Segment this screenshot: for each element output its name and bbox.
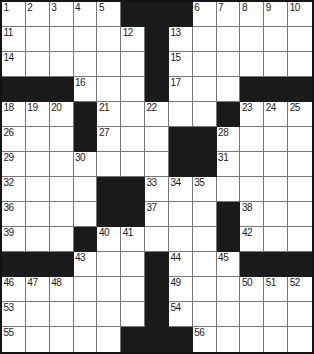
block-r11c3 (50, 252, 74, 277)
cell-r2c8[interactable]: 13 (169, 27, 193, 52)
cell-r9c12[interactable] (264, 202, 288, 227)
cell-r7c11[interactable] (240, 152, 264, 177)
cell-r9c2[interactable] (26, 202, 50, 227)
cell-r12c4[interactable] (74, 277, 98, 302)
cell-r14c13[interactable] (288, 327, 312, 352)
cell-r11c8[interactable]: 44 (169, 252, 193, 277)
cell-r5c5[interactable]: 21 (97, 102, 121, 127)
clue-number-39: 39 (4, 227, 14, 238)
clue-number-38: 38 (242, 202, 252, 213)
cell-r5c7[interactable]: 22 (145, 102, 169, 127)
cell-r3c6[interactable] (121, 52, 145, 77)
cell-r13c2[interactable] (26, 302, 50, 327)
cell-r4c4[interactable]: 16 (74, 77, 98, 102)
clue-number-45: 45 (218, 252, 228, 263)
cell-r9c8[interactable] (169, 202, 193, 227)
clue-number-23: 23 (242, 102, 252, 113)
cell-r14c2[interactable] (26, 327, 50, 352)
cell-r13c4[interactable] (74, 302, 98, 327)
clue-number-50: 50 (242, 277, 252, 288)
clue-number-19: 19 (27, 102, 37, 113)
cell-r2c12[interactable] (264, 27, 288, 52)
cell-r8c1[interactable]: 32 (2, 177, 26, 202)
clue-number-31: 31 (218, 152, 228, 163)
clue-number-17: 17 (170, 77, 180, 88)
block-r9c10 (217, 202, 241, 227)
cell-r8c7[interactable]: 33 (145, 177, 169, 202)
clue-number-6: 6 (194, 2, 199, 13)
block-r5c10 (217, 102, 241, 127)
clue-number-46: 46 (4, 277, 14, 288)
cell-r12c2[interactable]: 47 (26, 277, 50, 302)
clue-number-28: 28 (218, 127, 228, 138)
cell-r13c8[interactable]: 54 (169, 302, 193, 327)
block-r1c7 (145, 2, 169, 27)
cell-r12c6[interactable] (121, 277, 145, 302)
cell-r8c11[interactable] (240, 177, 264, 202)
cell-r9c3[interactable] (50, 202, 74, 227)
block-r1c8 (169, 2, 193, 27)
block-r14c7 (145, 327, 169, 352)
cell-r8c13[interactable] (288, 177, 312, 202)
clue-number-56: 56 (194, 327, 204, 338)
block-r11c2 (26, 252, 50, 277)
block-r8c5 (97, 177, 121, 202)
clue-number-29: 29 (4, 152, 14, 163)
cell-r13c13[interactable] (288, 302, 312, 327)
block-r5c4 (74, 102, 98, 127)
clue-number-32: 32 (4, 177, 14, 188)
block-r4c11 (240, 77, 264, 102)
cell-r9c11[interactable]: 38 (240, 202, 264, 227)
block-r11c1 (2, 252, 26, 277)
block-r4c7 (145, 77, 169, 102)
cell-r7c4[interactable]: 30 (74, 152, 98, 177)
block-r1c6 (121, 2, 145, 27)
cell-r4c8[interactable]: 17 (169, 77, 193, 102)
cell-r9c1[interactable]: 36 (2, 202, 26, 227)
cell-r13c5[interactable] (97, 302, 121, 327)
cell-r10c12[interactable] (264, 227, 288, 252)
cell-r3c4[interactable] (74, 52, 98, 77)
clue-number-18: 18 (4, 102, 14, 113)
cell-r8c2[interactable] (26, 177, 50, 202)
block-r10c4 (74, 227, 98, 252)
cell-r2c11[interactable] (240, 27, 264, 52)
cell-r3c10[interactable] (217, 52, 241, 77)
cell-r12c12[interactable]: 51 (264, 277, 288, 302)
cell-r10c7[interactable] (145, 227, 169, 252)
cell-r12c1[interactable]: 46 (2, 277, 26, 302)
clue-number-10: 10 (290, 2, 300, 13)
crossword-puzzle: 1234567891011121314151617181920212223242… (0, 0, 314, 354)
block-r4c3 (50, 77, 74, 102)
cell-r14c10[interactable] (217, 327, 241, 352)
clue-number-43: 43 (75, 252, 85, 263)
cell-r2c5[interactable] (97, 27, 121, 52)
block-r7c9 (193, 152, 217, 177)
clue-number-49: 49 (170, 277, 180, 288)
block-r11c11 (240, 252, 264, 277)
clue-number-15: 15 (170, 52, 180, 63)
cell-r4c6[interactable] (121, 77, 145, 102)
cell-r9c13[interactable] (288, 202, 312, 227)
block-r3c7 (145, 52, 169, 77)
cell-r5c6[interactable] (121, 102, 145, 127)
cell-r2c6[interactable]: 12 (121, 27, 145, 52)
cell-r11c4[interactable]: 43 (74, 252, 98, 277)
crossword-board: 1234567891011121314151617181920212223242… (0, 0, 314, 354)
cell-r10c9[interactable] (193, 227, 217, 252)
clue-number-44: 44 (170, 252, 180, 263)
cell-r9c7[interactable]: 37 (145, 202, 169, 227)
block-r4c12 (264, 77, 288, 102)
cell-r1c3[interactable]: 3 (50, 2, 74, 27)
cell-r11c5[interactable] (97, 252, 121, 277)
cell-r3c13[interactable] (288, 52, 312, 77)
cell-r1c5[interactable]: 5 (97, 2, 121, 27)
cell-r11c6[interactable] (121, 252, 145, 277)
cell-r5c1[interactable]: 18 (2, 102, 26, 127)
clue-number-26: 26 (4, 127, 14, 138)
block-r11c12 (264, 252, 288, 277)
clue-number-42: 42 (242, 227, 252, 238)
clue-number-8: 8 (242, 2, 247, 13)
clue-number-40: 40 (99, 227, 109, 238)
cell-r3c9[interactable] (193, 52, 217, 77)
cell-r7c1[interactable]: 29 (2, 152, 26, 177)
block-r6c9 (193, 127, 217, 152)
cell-r2c4[interactable] (74, 27, 98, 52)
cell-r11c9[interactable] (193, 252, 217, 277)
block-r14c6 (121, 327, 145, 352)
cell-r12c9[interactable] (193, 277, 217, 302)
cell-r6c12[interactable] (264, 127, 288, 152)
cell-r1c12[interactable]: 9 (264, 2, 288, 27)
cell-r6c1[interactable]: 26 (2, 127, 26, 152)
cell-r3c2[interactable] (26, 52, 50, 77)
cell-r2c1[interactable]: 11 (2, 27, 26, 52)
cell-r7c6[interactable] (121, 152, 145, 177)
cell-r13c9[interactable] (193, 302, 217, 327)
block-r12c7 (145, 277, 169, 302)
clue-number-27: 27 (99, 127, 109, 138)
clue-number-55: 55 (4, 327, 14, 338)
clue-number-52: 52 (290, 277, 300, 288)
cell-r6c5[interactable]: 27 (97, 127, 121, 152)
clue-number-24: 24 (266, 102, 276, 113)
clue-number-25: 25 (290, 102, 300, 113)
cell-r9c9[interactable] (193, 202, 217, 227)
cell-r7c2[interactable] (26, 152, 50, 177)
cell-r5c9[interactable] (193, 102, 217, 127)
cell-r8c4[interactable] (74, 177, 98, 202)
clue-number-53: 53 (4, 302, 14, 313)
cell-r12c3[interactable]: 48 (50, 277, 74, 302)
cell-r1c13[interactable]: 10 (288, 2, 312, 27)
clue-number-14: 14 (4, 52, 14, 63)
cell-r13c10[interactable] (217, 302, 241, 327)
cell-r14c5[interactable] (97, 327, 121, 352)
block-r2c7 (145, 27, 169, 52)
cell-r12c10[interactable] (217, 277, 241, 302)
clue-number-51: 51 (266, 277, 276, 288)
clue-number-5: 5 (99, 2, 104, 13)
cell-r6c3[interactable] (50, 127, 74, 152)
cell-r7c13[interactable] (288, 152, 312, 177)
block-r10c10 (217, 227, 241, 252)
cell-r6c6[interactable] (121, 127, 145, 152)
clue-number-36: 36 (4, 202, 14, 213)
cell-r6c11[interactable] (240, 127, 264, 152)
cell-r3c8[interactable]: 15 (169, 52, 193, 77)
cell-r12c5[interactable] (97, 277, 121, 302)
cell-r10c3[interactable] (50, 227, 74, 252)
clue-number-34: 34 (170, 177, 180, 188)
clue-number-12: 12 (123, 27, 133, 38)
cell-r10c11[interactable]: 42 (240, 227, 264, 252)
cell-r5c11[interactable]: 23 (240, 102, 264, 127)
cell-r1c11[interactable]: 8 (240, 2, 264, 27)
cell-r1c4[interactable]: 4 (74, 2, 98, 27)
clue-number-7: 7 (218, 2, 223, 13)
cell-r10c2[interactable] (26, 227, 50, 252)
block-r9c5 (97, 202, 121, 227)
block-r9c6 (121, 202, 145, 227)
clue-number-48: 48 (51, 277, 61, 288)
cell-r14c9[interactable]: 56 (193, 327, 217, 352)
cell-r2c10[interactable] (217, 27, 241, 52)
cell-r13c12[interactable] (264, 302, 288, 327)
cell-r5c13[interactable]: 25 (288, 102, 312, 127)
clue-number-30: 30 (75, 152, 85, 163)
cell-r10c5[interactable]: 40 (97, 227, 121, 252)
block-r13c7 (145, 302, 169, 327)
cell-r6c13[interactable] (288, 127, 312, 152)
cell-r1c1[interactable]: 1 (2, 2, 26, 27)
clue-number-1: 1 (4, 2, 9, 13)
cell-r7c7[interactable] (145, 152, 169, 177)
cell-r13c11[interactable] (240, 302, 264, 327)
clue-number-20: 20 (51, 102, 61, 113)
cell-r8c8[interactable]: 34 (169, 177, 193, 202)
clue-number-54: 54 (170, 302, 180, 313)
cell-r3c3[interactable] (50, 52, 74, 77)
cell-r7c5[interactable] (97, 152, 121, 177)
block-r4c1 (2, 77, 26, 102)
cell-r8c3[interactable] (50, 177, 74, 202)
cell-r10c6[interactable]: 41 (121, 227, 145, 252)
cell-r4c9[interactable] (193, 77, 217, 102)
cell-r8c10[interactable] (217, 177, 241, 202)
cell-r3c5[interactable] (97, 52, 121, 77)
cell-r1c10[interactable]: 7 (217, 2, 241, 27)
cell-r2c3[interactable] (50, 27, 74, 52)
block-r4c13 (288, 77, 312, 102)
clue-number-33: 33 (147, 177, 157, 188)
clue-number-41: 41 (123, 227, 133, 238)
cell-r14c12[interactable] (264, 327, 288, 352)
cell-r3c11[interactable] (240, 52, 264, 77)
cell-r10c8[interactable] (169, 227, 193, 252)
cell-r5c12[interactable]: 24 (264, 102, 288, 127)
cell-r2c9[interactable] (193, 27, 217, 52)
cell-r4c10[interactable] (217, 77, 241, 102)
cell-r5c3[interactable]: 20 (50, 102, 74, 127)
clue-number-37: 37 (147, 202, 157, 213)
cell-r4c5[interactable] (97, 77, 121, 102)
cell-r12c11[interactable]: 50 (240, 277, 264, 302)
cell-r6c2[interactable] (26, 127, 50, 152)
cell-r10c1[interactable]: 39 (2, 227, 26, 252)
cell-r8c12[interactable] (264, 177, 288, 202)
cell-r13c1[interactable]: 53 (2, 302, 26, 327)
cell-r8c9[interactable]: 35 (193, 177, 217, 202)
cell-r5c2[interactable]: 19 (26, 102, 50, 127)
cell-r7c10[interactable]: 31 (217, 152, 241, 177)
clue-number-47: 47 (27, 277, 37, 288)
cell-r3c12[interactable] (264, 52, 288, 77)
cell-r9c4[interactable] (74, 202, 98, 227)
clue-number-22: 22 (147, 102, 157, 113)
clue-number-13: 13 (170, 27, 180, 38)
cell-r13c3[interactable] (50, 302, 74, 327)
block-r14c8 (169, 327, 193, 352)
cell-r7c12[interactable] (264, 152, 288, 177)
cell-r12c13[interactable]: 52 (288, 277, 312, 302)
cell-r1c2[interactable]: 2 (26, 2, 50, 27)
cell-r5c8[interactable] (169, 102, 193, 127)
cell-r13c6[interactable] (121, 302, 145, 327)
block-r11c13 (288, 252, 312, 277)
clue-number-9: 9 (266, 2, 271, 13)
cell-r11c10[interactable]: 45 (217, 252, 241, 277)
cell-r7c3[interactable] (50, 152, 74, 177)
cell-r2c2[interactable] (26, 27, 50, 52)
clue-number-35: 35 (194, 177, 204, 188)
block-r6c4 (74, 127, 98, 152)
block-r8c6 (121, 177, 145, 202)
clue-number-4: 4 (75, 2, 80, 13)
cell-r10c13[interactable] (288, 227, 312, 252)
clue-number-21: 21 (99, 102, 109, 113)
cell-r14c11[interactable] (240, 327, 264, 352)
cell-r3c1[interactable]: 14 (2, 52, 26, 77)
cell-r1c9[interactable]: 6 (193, 2, 217, 27)
cell-r6c10[interactable]: 28 (217, 127, 241, 152)
clue-number-3: 3 (51, 2, 56, 13)
block-r11c7 (145, 252, 169, 277)
cell-r2c13[interactable] (288, 27, 312, 52)
block-r6c8 (169, 127, 193, 152)
clue-number-2: 2 (27, 2, 32, 13)
cell-r6c7[interactable] (145, 127, 169, 152)
cell-r14c4[interactable] (74, 327, 98, 352)
cell-r12c8[interactable]: 49 (169, 277, 193, 302)
clue-number-16: 16 (75, 77, 85, 88)
block-r7c8 (169, 152, 193, 177)
block-r4c2 (26, 77, 50, 102)
clue-number-11: 11 (4, 27, 13, 38)
cell-r14c1[interactable]: 55 (2, 327, 26, 352)
cell-r14c3[interactable] (50, 327, 74, 352)
